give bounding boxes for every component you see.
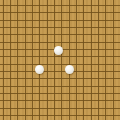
grid-line-horizontal [0, 93, 120, 94]
grid-line-vertical [54, 0, 55, 120]
go-board[interactable] [0, 0, 120, 120]
grid-line-horizontal [0, 108, 120, 109]
grid-line-vertical [25, 0, 26, 120]
grid-line-vertical [105, 0, 106, 120]
grid-line-horizontal [0, 115, 120, 116]
grid-line-vertical [113, 0, 114, 120]
grid-line-vertical [61, 0, 62, 120]
grid-line-vertical [10, 0, 11, 120]
grid-line-horizontal [0, 12, 120, 13]
grid-line-vertical [39, 0, 40, 120]
grid-line-vertical [83, 0, 84, 120]
grid-line-horizontal [0, 64, 120, 65]
grid-line-horizontal [0, 20, 120, 21]
grid-line-horizontal [0, 5, 120, 6]
grid-line-horizontal [0, 34, 120, 35]
grid-line-horizontal [0, 78, 120, 79]
grid-line-vertical [32, 0, 33, 120]
grid-line-horizontal [0, 56, 120, 57]
grid-line-vertical [91, 0, 92, 120]
grid-line-vertical [98, 0, 99, 120]
grid-line-horizontal [0, 42, 120, 43]
grid-line-vertical [3, 0, 4, 120]
grid-line-vertical [47, 0, 48, 120]
grid-line-vertical [76, 0, 77, 120]
grid-line-horizontal [0, 86, 120, 87]
grid-line-vertical [69, 0, 70, 120]
white-stone[interactable] [65, 65, 75, 75]
grid-line-horizontal [0, 27, 120, 28]
grid-line-horizontal [0, 71, 120, 72]
white-stone[interactable] [35, 65, 45, 75]
grid-line-horizontal [0, 100, 120, 101]
grid-line-vertical [17, 0, 18, 120]
